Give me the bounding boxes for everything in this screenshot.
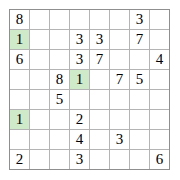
- cell-r8c5[interactable]: [90, 150, 109, 169]
- cell-r2c1[interactable]: 1: [10, 30, 29, 49]
- cell-r5c7[interactable]: [130, 90, 149, 109]
- cell-r2c3[interactable]: [50, 30, 69, 49]
- cell-r3c2[interactable]: [30, 50, 49, 69]
- cell-r5c2[interactable]: [30, 90, 49, 109]
- cell-r8c1[interactable]: 2: [10, 150, 29, 169]
- cell-r3c3[interactable]: [50, 50, 69, 69]
- cell-r8c3[interactable]: [50, 150, 69, 169]
- cell-r3c6[interactable]: [110, 50, 129, 69]
- cell-r8c8[interactable]: 6: [150, 150, 169, 169]
- cell-r6c7[interactable]: [130, 110, 149, 129]
- cell-r1c2[interactable]: [30, 10, 49, 29]
- cell-r3c7[interactable]: [130, 50, 149, 69]
- cell-r1c8[interactable]: [150, 10, 169, 29]
- cell-r5c1[interactable]: [10, 90, 29, 109]
- cell-r4c7[interactable]: 5: [130, 70, 149, 89]
- cell-r1c7[interactable]: 3: [130, 10, 149, 29]
- cell-r3c1[interactable]: 6: [10, 50, 29, 69]
- cell-r5c4[interactable]: [70, 90, 89, 109]
- cell-r7c7[interactable]: [130, 130, 149, 149]
- cell-r4c8[interactable]: [150, 70, 169, 89]
- cell-r6c1[interactable]: 1: [10, 110, 29, 129]
- cell-r6c3[interactable]: [50, 110, 69, 129]
- cell-r5c8[interactable]: [150, 90, 169, 109]
- cell-r3c5[interactable]: 7: [90, 50, 109, 69]
- cell-r4c3[interactable]: 8: [50, 70, 69, 89]
- cell-r4c5[interactable]: [90, 70, 109, 89]
- cell-r7c1[interactable]: [10, 130, 29, 149]
- cell-r4c2[interactable]: [30, 70, 49, 89]
- cell-r7c2[interactable]: [30, 130, 49, 149]
- cell-r6c2[interactable]: [30, 110, 49, 129]
- cell-r8c7[interactable]: [130, 150, 149, 169]
- cell-r8c4[interactable]: 3: [70, 150, 89, 169]
- cell-r2c8[interactable]: [150, 30, 169, 49]
- cell-r6c8[interactable]: [150, 110, 169, 129]
- cell-r3c4[interactable]: 3: [70, 50, 89, 69]
- cell-r1c1[interactable]: 8: [10, 10, 29, 29]
- cell-r8c2[interactable]: [30, 150, 49, 169]
- cell-r5c6[interactable]: [110, 90, 129, 109]
- cell-r1c3[interactable]: [50, 10, 69, 29]
- cell-r7c4[interactable]: 4: [70, 130, 89, 149]
- puzzle-board: 8313376374817551243236: [9, 9, 170, 170]
- cell-r7c5[interactable]: [90, 130, 109, 149]
- cell-r1c4[interactable]: [70, 10, 89, 29]
- cell-r5c3[interactable]: 5: [50, 90, 69, 109]
- puzzle-board-container: 8313376374817551243236: [9, 9, 170, 170]
- cell-r4c1[interactable]: [10, 70, 29, 89]
- cell-r2c4[interactable]: 3: [70, 30, 89, 49]
- cell-r2c2[interactable]: [30, 30, 49, 49]
- cell-r2c5[interactable]: 3: [90, 30, 109, 49]
- cell-r2c7[interactable]: 7: [130, 30, 149, 49]
- cell-r6c5[interactable]: [90, 110, 109, 129]
- cell-r6c6[interactable]: [110, 110, 129, 129]
- cell-r4c6[interactable]: 7: [110, 70, 129, 89]
- cell-r7c6[interactable]: 3: [110, 130, 129, 149]
- cell-r4c4[interactable]: 1: [70, 70, 89, 89]
- cell-r1c5[interactable]: [90, 10, 109, 29]
- cell-r7c3[interactable]: [50, 130, 69, 149]
- cell-r6c4[interactable]: 2: [70, 110, 89, 129]
- cell-r5c5[interactable]: [90, 90, 109, 109]
- cell-r3c8[interactable]: 4: [150, 50, 169, 69]
- cell-r8c6[interactable]: [110, 150, 129, 169]
- cell-r1c6[interactable]: [110, 10, 129, 29]
- cell-r2c6[interactable]: [110, 30, 129, 49]
- cell-r7c8[interactable]: [150, 130, 169, 149]
